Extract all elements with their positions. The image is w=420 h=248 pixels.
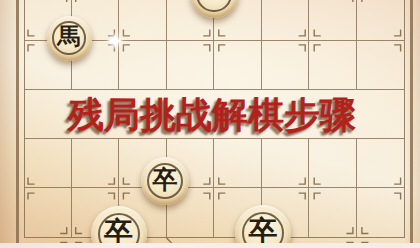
piece-glyph: 卒 [249,217,278,246]
caption-overlay: 残局挑战解棋步骤 [68,91,356,140]
board-cell [25,188,72,237]
board-cell [214,41,261,90]
board-cell [357,188,404,237]
board-cell [357,0,404,41]
piece-horse-b4[interactable]: 馬 [47,16,92,61]
board-cell [357,139,404,188]
board-cell [309,0,356,41]
board-cell [357,41,404,90]
board-cell [262,0,309,41]
board-cell [357,90,404,139]
board-cell [262,41,309,90]
board-cell [214,139,261,188]
sparkle-icon: ✦ [106,31,124,53]
board-cell [309,41,356,90]
board-cell [167,41,214,90]
piece-glyph: 卒 [153,167,178,192]
board-border-right [410,0,413,248]
board-cell [262,139,309,188]
xiangqi-endgame-screenshot: 馬卒卒卒 ✦ 残局挑战解棋步骤 [0,0,420,248]
board-cell [309,139,356,188]
board-cell [119,0,166,41]
board-border-left [16,0,19,248]
board-cell [309,188,356,237]
piece-soldier-d7[interactable]: 卒 [141,157,189,205]
bottom-strip [0,243,420,248]
board-cell [25,139,72,188]
board-cell [25,90,72,139]
piece-glyph: 馬 [58,25,81,48]
board-cell [72,139,119,188]
board-cell [119,41,166,90]
